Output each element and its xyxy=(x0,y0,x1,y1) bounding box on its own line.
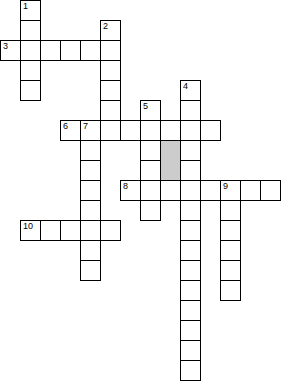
crossword-cell-r10-c9[interactable] xyxy=(180,200,201,221)
crossword-cell-r6-c10[interactable] xyxy=(200,120,221,141)
crossword-cell-r4-c9[interactable]: 4 xyxy=(180,80,201,101)
crossword-cell-r10-c4[interactable] xyxy=(80,200,101,221)
crossword-cell-r2-c4[interactable] xyxy=(80,40,101,61)
clue-number-7: 7 xyxy=(83,121,88,131)
crossword-cell-r10-c7[interactable] xyxy=(140,200,161,221)
crossword-cell-r11-c5[interactable] xyxy=(100,220,121,241)
crossword-cell-r12-c9[interactable] xyxy=(180,240,201,261)
crossword-cell-r2-c2[interactable] xyxy=(40,40,61,61)
crossword-cell-r11-c3[interactable] xyxy=(60,220,81,241)
crossword-cell-r9-c11[interactable]: 9 xyxy=(220,180,241,201)
crossword-cell-r5-c5[interactable] xyxy=(100,100,121,121)
crossword-cell-r11-c9[interactable] xyxy=(180,220,201,241)
crossword-cell-r5-c7[interactable]: 5 xyxy=(140,100,161,121)
crossword-cell-r9-c6[interactable]: 8 xyxy=(120,180,141,201)
crossword-cell-r8-c7[interactable] xyxy=(140,160,161,181)
crossword-cell-r7-c7[interactable] xyxy=(140,140,161,161)
crossword-cell-r13-c11[interactable] xyxy=(220,260,241,281)
clue-number-1: 1 xyxy=(23,1,28,11)
crossword-cell-r6-c7[interactable] xyxy=(140,120,161,141)
crossword-cell-r1-c1[interactable] xyxy=(20,20,41,41)
crossword-cell-r2-c1[interactable] xyxy=(20,40,41,61)
crossword-cell-r13-c4[interactable] xyxy=(80,260,101,281)
crossword-cell-r6-c6[interactable] xyxy=(120,120,141,141)
crossword-cell-r9-c10[interactable] xyxy=(200,180,221,201)
crossword-cell-r11-c11[interactable] xyxy=(220,220,241,241)
crossword-cell-r11-c2[interactable] xyxy=(40,220,61,241)
crossword-cell-r2-c5[interactable] xyxy=(100,40,121,61)
crossword-cell-r16-c9[interactable] xyxy=(180,320,201,341)
crossword-cell-r9-c12[interactable] xyxy=(240,180,261,201)
crossword-cell-r17-c9[interactable] xyxy=(180,340,201,361)
crossword-cell-r9-c4[interactable] xyxy=(80,180,101,201)
crossword-cell-r2-c0[interactable]: 3 xyxy=(0,40,21,61)
crossword-cell-r12-c11[interactable] xyxy=(220,240,241,261)
crossword-cell-r3-c5[interactable] xyxy=(100,60,121,81)
crossword-cell-r14-c9[interactable] xyxy=(180,280,201,301)
crossword-cell-r3-c1[interactable] xyxy=(20,60,41,81)
crossword-cell-r6-c4[interactable]: 7 xyxy=(80,120,101,141)
crossword-cell-r14-c11[interactable] xyxy=(220,280,241,301)
crossword-cell-r6-c9[interactable] xyxy=(180,120,201,141)
crossword-cell-r6-c8[interactable] xyxy=(160,120,181,141)
crossword-cell-r11-c1[interactable]: 10 xyxy=(20,220,41,241)
clue-number-8: 8 xyxy=(123,181,128,191)
crossword-cell-r12-c4[interactable] xyxy=(80,240,101,261)
clue-number-2: 2 xyxy=(103,21,108,31)
crossword-cell-r18-c9[interactable] xyxy=(180,360,201,381)
crossword-cell-r9-c8[interactable] xyxy=(160,180,181,201)
crossword-cell-r6-c5[interactable] xyxy=(100,120,121,141)
crossword-cell-r13-c9[interactable] xyxy=(180,260,201,281)
crossword-cell-r1-c5[interactable]: 2 xyxy=(100,20,121,41)
crossword-cell-r9-c13[interactable] xyxy=(260,180,281,201)
crossword-cell-r7-c9[interactable] xyxy=(180,140,201,161)
crossword-cell-r9-c9[interactable] xyxy=(180,180,201,201)
crossword-cell-r9-c7[interactable] xyxy=(140,180,161,201)
crossword-cell-r8-c9[interactable] xyxy=(180,160,201,181)
clue-number-4: 4 xyxy=(183,81,188,91)
clue-number-10: 10 xyxy=(23,221,33,231)
crossword-cell-r2-c3[interactable] xyxy=(60,40,81,61)
crossword-cell-r5-c9[interactable] xyxy=(180,100,201,121)
crossword-cell-r4-c1[interactable] xyxy=(20,80,41,101)
clue-number-9: 9 xyxy=(223,181,228,191)
crossword-cell-r10-c11[interactable] xyxy=(220,200,241,221)
crossword-cell-r8-c4[interactable] xyxy=(80,160,101,181)
clue-number-6: 6 xyxy=(63,121,68,131)
clue-number-5: 5 xyxy=(143,101,148,111)
crossword-cell-r11-c4[interactable] xyxy=(80,220,101,241)
crossword-cell-r7-c4[interactable] xyxy=(80,140,101,161)
shaded-block[interactable] xyxy=(160,140,181,181)
clue-number-3: 3 xyxy=(3,41,8,51)
crossword-grid: 12345678910 xyxy=(0,0,281,381)
crossword-cell-r0-c1[interactable]: 1 xyxy=(20,0,41,21)
crossword-cell-r15-c9[interactable] xyxy=(180,300,201,321)
crossword-cell-r6-c3[interactable]: 6 xyxy=(60,120,81,141)
crossword-cell-r4-c5[interactable] xyxy=(100,80,121,101)
